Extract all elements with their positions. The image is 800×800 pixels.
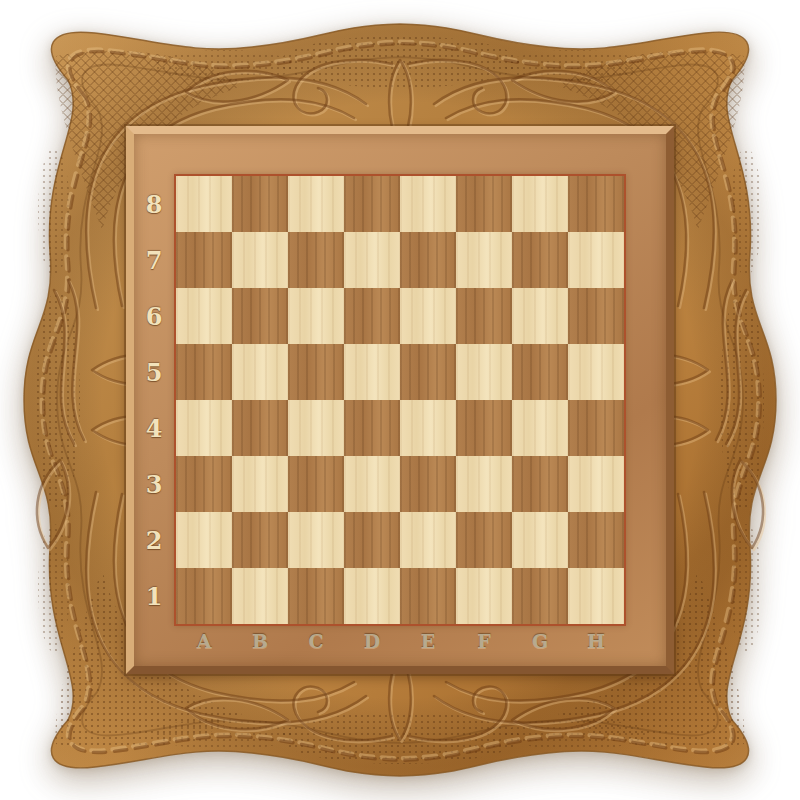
square-a3[interactable] bbox=[176, 456, 232, 512]
square-f6[interactable] bbox=[456, 288, 512, 344]
square-d5[interactable] bbox=[344, 344, 400, 400]
file-labels: ABCDEFGH bbox=[176, 626, 624, 656]
file-label-h: H bbox=[568, 626, 624, 656]
square-d8[interactable] bbox=[344, 176, 400, 232]
square-g4[interactable] bbox=[512, 400, 568, 456]
rank-label-8: 8 bbox=[134, 176, 174, 232]
square-b5[interactable] bbox=[232, 344, 288, 400]
square-c2[interactable] bbox=[288, 512, 344, 568]
square-a4[interactable] bbox=[176, 400, 232, 456]
file-label-e: E bbox=[400, 626, 456, 656]
square-h8[interactable] bbox=[568, 176, 624, 232]
file-label-f: F bbox=[456, 626, 512, 656]
square-e8[interactable] bbox=[400, 176, 456, 232]
square-f2[interactable] bbox=[456, 512, 512, 568]
square-c1[interactable] bbox=[288, 568, 344, 624]
square-f4[interactable] bbox=[456, 400, 512, 456]
square-b7[interactable] bbox=[232, 232, 288, 288]
file-label-c: C bbox=[288, 626, 344, 656]
file-label-a: A bbox=[176, 626, 232, 656]
square-h4[interactable] bbox=[568, 400, 624, 456]
square-e3[interactable] bbox=[400, 456, 456, 512]
board-inner-frame: 87654321 ABCDEFGH bbox=[126, 126, 674, 674]
square-b1[interactable] bbox=[232, 568, 288, 624]
rank-label-2: 2 bbox=[134, 512, 174, 568]
rank-label-1: 1 bbox=[134, 568, 174, 624]
file-label-b: B bbox=[232, 626, 288, 656]
file-label-g: G bbox=[512, 626, 568, 656]
square-e5[interactable] bbox=[400, 344, 456, 400]
square-c8[interactable] bbox=[288, 176, 344, 232]
rank-label-7: 7 bbox=[134, 232, 174, 288]
square-d3[interactable] bbox=[344, 456, 400, 512]
square-b8[interactable] bbox=[232, 176, 288, 232]
square-c7[interactable] bbox=[288, 232, 344, 288]
square-b3[interactable] bbox=[232, 456, 288, 512]
square-g8[interactable] bbox=[512, 176, 568, 232]
square-a1[interactable] bbox=[176, 568, 232, 624]
square-g1[interactable] bbox=[512, 568, 568, 624]
square-c6[interactable] bbox=[288, 288, 344, 344]
square-c3[interactable] bbox=[288, 456, 344, 512]
square-f7[interactable] bbox=[456, 232, 512, 288]
square-a5[interactable] bbox=[176, 344, 232, 400]
square-e6[interactable] bbox=[400, 288, 456, 344]
square-f5[interactable] bbox=[456, 344, 512, 400]
square-h3[interactable] bbox=[568, 456, 624, 512]
chess-board[interactable] bbox=[174, 174, 626, 626]
square-b6[interactable] bbox=[232, 288, 288, 344]
rank-label-6: 6 bbox=[134, 288, 174, 344]
square-d6[interactable] bbox=[344, 288, 400, 344]
square-e7[interactable] bbox=[400, 232, 456, 288]
square-g7[interactable] bbox=[512, 232, 568, 288]
square-a7[interactable] bbox=[176, 232, 232, 288]
rank-label-3: 3 bbox=[134, 456, 174, 512]
square-b2[interactable] bbox=[232, 512, 288, 568]
square-a2[interactable] bbox=[176, 512, 232, 568]
square-h6[interactable] bbox=[568, 288, 624, 344]
square-g2[interactable] bbox=[512, 512, 568, 568]
square-a8[interactable] bbox=[176, 176, 232, 232]
square-h1[interactable] bbox=[568, 568, 624, 624]
square-e1[interactable] bbox=[400, 568, 456, 624]
square-c5[interactable] bbox=[288, 344, 344, 400]
square-h2[interactable] bbox=[568, 512, 624, 568]
square-f8[interactable] bbox=[456, 176, 512, 232]
square-d1[interactable] bbox=[344, 568, 400, 624]
rank-label-5: 5 bbox=[134, 344, 174, 400]
square-b4[interactable] bbox=[232, 400, 288, 456]
square-c4[interactable] bbox=[288, 400, 344, 456]
rank-labels: 87654321 bbox=[134, 176, 174, 624]
rank-label-4: 4 bbox=[134, 400, 174, 456]
square-f3[interactable] bbox=[456, 456, 512, 512]
square-d4[interactable] bbox=[344, 400, 400, 456]
chessboard-product-photo: 87654321 ABCDEFGH bbox=[0, 0, 800, 800]
square-d7[interactable] bbox=[344, 232, 400, 288]
square-g5[interactable] bbox=[512, 344, 568, 400]
square-h7[interactable] bbox=[568, 232, 624, 288]
square-g3[interactable] bbox=[512, 456, 568, 512]
square-h5[interactable] bbox=[568, 344, 624, 400]
square-a6[interactable] bbox=[176, 288, 232, 344]
square-f1[interactable] bbox=[456, 568, 512, 624]
square-e4[interactable] bbox=[400, 400, 456, 456]
square-g6[interactable] bbox=[512, 288, 568, 344]
square-e2[interactable] bbox=[400, 512, 456, 568]
square-d2[interactable] bbox=[344, 512, 400, 568]
file-label-d: D bbox=[344, 626, 400, 656]
